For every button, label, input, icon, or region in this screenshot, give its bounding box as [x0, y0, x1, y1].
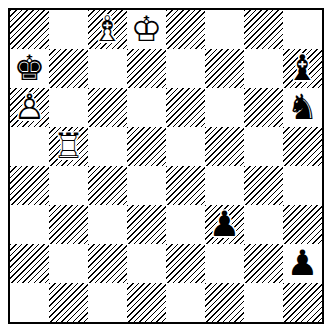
square-e3[interactable] [166, 205, 205, 244]
square-h1[interactable] [283, 283, 322, 322]
square-g4[interactable] [244, 166, 283, 205]
square-b5[interactable]: ♜♖ [49, 127, 88, 166]
square-f5[interactable] [205, 127, 244, 166]
square-c1[interactable] [88, 283, 127, 322]
square-h7[interactable]: ♝♝ [283, 49, 322, 88]
square-d5[interactable] [127, 127, 166, 166]
square-d6[interactable] [127, 88, 166, 127]
square-e8[interactable] [166, 10, 205, 49]
piece-white-king-d8[interactable]: ♚♔ [127, 10, 166, 49]
white-pawn-icon: ♙ [10, 88, 49, 127]
black-king-icon: ♚ [10, 49, 49, 88]
square-g8[interactable] [244, 10, 283, 49]
piece-black-bishop-h7[interactable]: ♝♝ [283, 49, 322, 88]
square-e2[interactable] [166, 244, 205, 283]
square-h6[interactable]: ♞♞ [283, 88, 322, 127]
piece-black-pawn-h2[interactable]: ♟♟ [283, 244, 322, 283]
square-c5[interactable] [88, 127, 127, 166]
white-king-icon: ♔ [127, 10, 166, 49]
black-pawn-icon: ♟ [205, 205, 244, 244]
square-e6[interactable] [166, 88, 205, 127]
square-c2[interactable] [88, 244, 127, 283]
square-g6[interactable] [244, 88, 283, 127]
square-c3[interactable] [88, 205, 127, 244]
black-knight-icon: ♞ [283, 88, 322, 127]
square-a5[interactable] [10, 127, 49, 166]
square-c6[interactable] [88, 88, 127, 127]
white-bishop-icon: ♗ [88, 10, 127, 49]
square-a7[interactable]: ♚♚ [10, 49, 49, 88]
square-g3[interactable] [244, 205, 283, 244]
square-c8[interactable]: ♝♗ [88, 10, 127, 49]
square-d2[interactable] [127, 244, 166, 283]
square-f4[interactable] [205, 166, 244, 205]
square-b6[interactable] [49, 88, 88, 127]
square-g2[interactable] [244, 244, 283, 283]
square-h8[interactable] [283, 10, 322, 49]
square-f2[interactable] [205, 244, 244, 283]
piece-white-pawn-a6[interactable]: ♟♙ [10, 88, 49, 127]
piece-black-king-a7[interactable]: ♚♚ [10, 49, 49, 88]
square-f6[interactable] [205, 88, 244, 127]
square-h5[interactable] [283, 127, 322, 166]
piece-white-rook-b5[interactable]: ♜♖ [49, 127, 88, 166]
square-a8[interactable] [10, 10, 49, 49]
square-h2[interactable]: ♟♟ [283, 244, 322, 283]
square-e5[interactable] [166, 127, 205, 166]
piece-black-knight-h6[interactable]: ♞♞ [283, 88, 322, 127]
square-h3[interactable] [283, 205, 322, 244]
square-d1[interactable] [127, 283, 166, 322]
chess-board: ♝♗♚♔♚♚♝♝♟♙♞♞♜♖♟♟♟♟ [10, 10, 322, 322]
square-d4[interactable] [127, 166, 166, 205]
square-f1[interactable] [205, 283, 244, 322]
square-a2[interactable] [10, 244, 49, 283]
black-pawn-icon: ♟ [283, 244, 322, 283]
square-b2[interactable] [49, 244, 88, 283]
piece-black-pawn-f3[interactable]: ♟♟ [205, 205, 244, 244]
square-g7[interactable] [244, 49, 283, 88]
chess-diagram: ♝♗♚♔♚♚♝♝♟♙♞♞♜♖♟♟♟♟ [0, 0, 332, 332]
square-g1[interactable] [244, 283, 283, 322]
square-f7[interactable] [205, 49, 244, 88]
square-b7[interactable] [49, 49, 88, 88]
square-b4[interactable] [49, 166, 88, 205]
piece-white-bishop-c8[interactable]: ♝♗ [88, 10, 127, 49]
black-bishop-icon: ♝ [283, 49, 322, 88]
square-e4[interactable] [166, 166, 205, 205]
square-c7[interactable] [88, 49, 127, 88]
square-a1[interactable] [10, 283, 49, 322]
square-b3[interactable] [49, 205, 88, 244]
square-f3[interactable]: ♟♟ [205, 205, 244, 244]
square-g5[interactable] [244, 127, 283, 166]
square-e7[interactable] [166, 49, 205, 88]
square-c4[interactable] [88, 166, 127, 205]
square-d7[interactable] [127, 49, 166, 88]
square-d8[interactable]: ♚♔ [127, 10, 166, 49]
square-b1[interactable] [49, 283, 88, 322]
square-h4[interactable] [283, 166, 322, 205]
square-d3[interactable] [127, 205, 166, 244]
square-a3[interactable] [10, 205, 49, 244]
board-border: ♝♗♚♔♚♚♝♝♟♙♞♞♜♖♟♟♟♟ [8, 8, 324, 324]
square-a4[interactable] [10, 166, 49, 205]
square-f8[interactable] [205, 10, 244, 49]
square-a6[interactable]: ♟♙ [10, 88, 49, 127]
white-rook-icon: ♖ [49, 127, 88, 166]
square-e1[interactable] [166, 283, 205, 322]
square-b8[interactable] [49, 10, 88, 49]
